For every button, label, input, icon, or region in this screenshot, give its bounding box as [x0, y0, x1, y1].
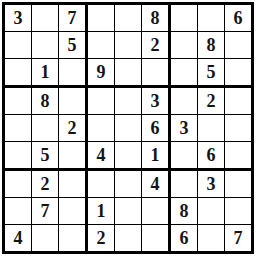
grid-cell-r9c9[interactable]: 7 [225, 225, 251, 251]
grid-cell-r2c6[interactable]: 2 [142, 32, 171, 59]
grid-cell-r6c8[interactable]: 6 [198, 142, 225, 171]
grid-cell-r4c8[interactable]: 2 [198, 88, 225, 115]
grid-cell-r1c7[interactable] [171, 5, 198, 32]
grid-cell-r4c1[interactable] [5, 88, 32, 115]
grid-cell-r4c5[interactable] [115, 88, 142, 115]
grid-cell-r8c1[interactable] [5, 198, 32, 225]
grid-cell-r3c5[interactable] [115, 59, 142, 88]
grid-cell-r7c9[interactable] [225, 171, 251, 198]
grid-cell-r2c4[interactable] [88, 32, 115, 59]
grid-cell-r8c7[interactable]: 8 [171, 198, 198, 225]
grid-cell-r1c8[interactable] [198, 5, 225, 32]
grid-cell-r6c9[interactable] [225, 142, 251, 171]
grid-cell-r5c8[interactable] [198, 115, 225, 142]
grid-cell-r2c5[interactable] [115, 32, 142, 59]
grid-cell-r7c2[interactable]: 2 [32, 171, 59, 198]
grid-cell-r6c4[interactable]: 4 [88, 142, 115, 171]
grid-cell-r7c6[interactable]: 4 [142, 171, 171, 198]
grid-cell-r2c2[interactable] [32, 32, 59, 59]
grid-cell-r3c4[interactable]: 9 [88, 59, 115, 88]
grid-cell-r4c3[interactable] [59, 88, 88, 115]
grid-cell-r7c5[interactable] [115, 171, 142, 198]
grid-cell-r8c4[interactable]: 1 [88, 198, 115, 225]
grid-cell-r9c7[interactable]: 6 [171, 225, 198, 251]
grid-cell-r4c4[interactable] [88, 88, 115, 115]
grid-cell-r2c3[interactable]: 5 [59, 32, 88, 59]
grid-cell-r4c2[interactable]: 8 [32, 88, 59, 115]
grid-cell-r8c3[interactable] [59, 198, 88, 225]
grid-cell-r3c2[interactable]: 1 [32, 59, 59, 88]
grid-cell-r7c3[interactable] [59, 171, 88, 198]
grid-cell-r6c1[interactable] [5, 142, 32, 171]
grid-cell-r9c6[interactable] [142, 225, 171, 251]
grid-cell-r2c9[interactable] [225, 32, 251, 59]
grid-cell-r4c6[interactable]: 3 [142, 88, 171, 115]
grid-cell-r8c8[interactable] [198, 198, 225, 225]
grid-cell-r7c1[interactable] [5, 171, 32, 198]
grid-cell-r5c6[interactable]: 6 [142, 115, 171, 142]
grid-cell-r9c1[interactable]: 4 [5, 225, 32, 251]
grid-cell-r2c8[interactable]: 8 [198, 32, 225, 59]
grid-cell-r3c7[interactable] [171, 59, 198, 88]
grid-cell-r2c1[interactable] [5, 32, 32, 59]
grid-cell-r9c5[interactable] [115, 225, 142, 251]
grid-cell-r9c4[interactable]: 2 [88, 225, 115, 251]
grid-cell-r4c7[interactable] [171, 88, 198, 115]
grid-cell-r5c1[interactable] [5, 115, 32, 142]
grid-cell-r5c7[interactable]: 3 [171, 115, 198, 142]
grid-cell-r9c2[interactable] [32, 225, 59, 251]
grid-cell-r1c6[interactable]: 8 [142, 5, 171, 32]
grid-cell-r1c4[interactable] [88, 5, 115, 32]
grid-cell-r6c7[interactable] [171, 142, 198, 171]
grid-cell-r3c8[interactable]: 5 [198, 59, 225, 88]
grid-cell-r4c9[interactable] [225, 88, 251, 115]
grid-cell-r3c6[interactable] [142, 59, 171, 88]
grid-cell-r7c7[interactable] [171, 171, 198, 198]
grid-cell-r9c3[interactable] [59, 225, 88, 251]
grid-cell-r5c2[interactable] [32, 115, 59, 142]
grid-cell-r5c3[interactable]: 2 [59, 115, 88, 142]
grid-cell-r7c8[interactable]: 3 [198, 171, 225, 198]
sudoku-page: 378652819583226354162437184267 [0, 0, 256, 256]
grid-cell-r8c2[interactable]: 7 [32, 198, 59, 225]
grid-cell-r1c1[interactable]: 3 [5, 5, 32, 32]
grid-cell-r6c3[interactable] [59, 142, 88, 171]
grid-cell-r3c9[interactable] [225, 59, 251, 88]
grid-cell-r6c5[interactable] [115, 142, 142, 171]
grid-cell-r3c3[interactable] [59, 59, 88, 88]
grid-cell-r8c9[interactable] [225, 198, 251, 225]
grid-cell-r9c8[interactable] [198, 225, 225, 251]
grid-cell-r3c1[interactable] [5, 59, 32, 88]
grid-cell-r2c7[interactable] [171, 32, 198, 59]
sudoku-board: 378652819583226354162437184267 [2, 2, 254, 254]
grid-cell-r6c6[interactable]: 1 [142, 142, 171, 171]
grid-cell-r1c2[interactable] [32, 5, 59, 32]
grid-cell-r5c5[interactable] [115, 115, 142, 142]
grid-cell-r1c9[interactable]: 6 [225, 5, 251, 32]
grid-cell-r5c9[interactable] [225, 115, 251, 142]
grid-cell-r1c3[interactable]: 7 [59, 5, 88, 32]
grid-cell-r8c6[interactable] [142, 198, 171, 225]
grid-cell-r8c5[interactable] [115, 198, 142, 225]
grid-cell-r5c4[interactable] [88, 115, 115, 142]
grid-cell-r1c5[interactable] [115, 5, 142, 32]
grid-cell-r6c2[interactable]: 5 [32, 142, 59, 171]
grid-cell-r7c4[interactable] [88, 171, 115, 198]
